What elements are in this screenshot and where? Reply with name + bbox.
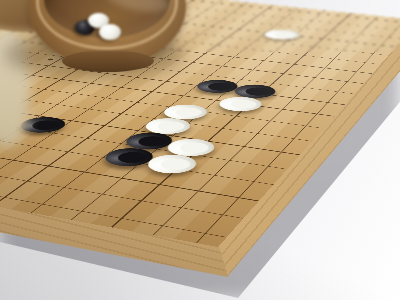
bowl-foot <box>62 50 154 72</box>
white-stone[interactable]: ● <box>260 28 304 41</box>
white-stone-in-bowl[interactable] <box>99 24 121 40</box>
photo-scene: ●●●●●●●●●●● <box>0 0 400 300</box>
